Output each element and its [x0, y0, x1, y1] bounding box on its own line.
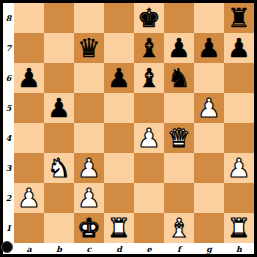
piece-wP-g5: ♟	[197, 93, 220, 123]
square-g6[interactable]	[194, 63, 224, 93]
side-to-move-indicator	[1, 241, 13, 253]
square-h7[interactable]: ♟	[224, 33, 254, 63]
square-e8[interactable]: ♚	[134, 3, 164, 33]
square-f6[interactable]: ♞	[164, 63, 194, 93]
square-b3[interactable]: ♞	[44, 153, 74, 183]
piece-wR-h1: ♜	[227, 213, 250, 243]
file-label-h: h	[224, 243, 254, 254]
piece-bN-f6: ♞	[167, 63, 190, 93]
piece-wP-a2: ♟	[17, 183, 40, 213]
piece-wP-c3: ♟	[77, 153, 100, 183]
square-g5[interactable]: ♟	[194, 93, 224, 123]
square-c2[interactable]: ♟	[74, 183, 104, 213]
square-e4[interactable]: ♟	[134, 123, 164, 153]
square-e2[interactable]	[134, 183, 164, 213]
rank-label-1: 1	[3, 213, 14, 243]
square-a8[interactable]	[14, 3, 44, 33]
piece-bK-e8: ♚	[137, 3, 160, 33]
square-g4[interactable]	[194, 123, 224, 153]
chess-board-frame: 87654321 ♚♜♛♝♟♟♟♟♟♝♞♟♟♟♛♞♟♟♟♟♚♜♝♜ abcdef…	[0, 0, 257, 257]
square-h8[interactable]: ♜	[224, 3, 254, 33]
piece-bB-e7: ♝	[137, 33, 160, 63]
rank-label-6: 6	[3, 63, 14, 93]
file-labels: abcdefgh	[14, 243, 254, 254]
piece-wP-c2: ♟	[77, 183, 100, 213]
square-a7[interactable]	[14, 33, 44, 63]
rank-label-7: 7	[3, 33, 14, 63]
square-e5[interactable]	[134, 93, 164, 123]
square-a4[interactable]	[14, 123, 44, 153]
piece-bP-d6: ♟	[107, 63, 130, 93]
piece-wK-c1: ♚	[77, 213, 100, 243]
square-h4[interactable]	[224, 123, 254, 153]
square-g7[interactable]: ♟	[194, 33, 224, 63]
square-d3[interactable]	[104, 153, 134, 183]
square-e1[interactable]	[134, 213, 164, 243]
file-label-f: f	[164, 243, 194, 254]
piece-bB-e6: ♝	[137, 63, 160, 93]
square-g3[interactable]	[194, 153, 224, 183]
rank-label-8: 8	[3, 3, 14, 33]
square-a1[interactable]	[14, 213, 44, 243]
square-c7[interactable]: ♛	[74, 33, 104, 63]
square-h5[interactable]	[224, 93, 254, 123]
piece-bP-f7: ♟	[167, 33, 190, 63]
square-c1[interactable]: ♚	[74, 213, 104, 243]
square-e3[interactable]	[134, 153, 164, 183]
rank-labels: 87654321	[3, 3, 14, 243]
square-h6[interactable]	[224, 63, 254, 93]
file-label-d: d	[104, 243, 134, 254]
square-b4[interactable]	[44, 123, 74, 153]
square-d5[interactable]	[104, 93, 134, 123]
square-d1[interactable]: ♜	[104, 213, 134, 243]
square-b5[interactable]: ♟	[44, 93, 74, 123]
chess-board: ♚♜♛♝♟♟♟♟♟♝♞♟♟♟♛♞♟♟♟♟♚♜♝♜	[14, 3, 254, 243]
square-f2[interactable]	[164, 183, 194, 213]
piece-wP-h3: ♟	[227, 153, 250, 183]
square-b8[interactable]	[44, 3, 74, 33]
square-f1[interactable]: ♝	[164, 213, 194, 243]
piece-bR-h8: ♜	[227, 3, 250, 33]
square-d6[interactable]: ♟	[104, 63, 134, 93]
square-f7[interactable]: ♟	[164, 33, 194, 63]
piece-wB-f1: ♝	[167, 213, 190, 243]
square-d2[interactable]	[104, 183, 134, 213]
rank-label-4: 4	[3, 123, 14, 153]
piece-wP-e4: ♟	[137, 123, 160, 153]
rank-label-5: 5	[3, 93, 14, 123]
square-g1[interactable]	[194, 213, 224, 243]
square-d4[interactable]	[104, 123, 134, 153]
square-b1[interactable]	[44, 213, 74, 243]
square-h3[interactable]: ♟	[224, 153, 254, 183]
square-c4[interactable]	[74, 123, 104, 153]
square-c6[interactable]	[74, 63, 104, 93]
file-label-e: e	[134, 243, 164, 254]
piece-bQ-c7: ♛	[77, 33, 100, 63]
square-e7[interactable]: ♝	[134, 33, 164, 63]
square-d7[interactable]	[104, 33, 134, 63]
square-a5[interactable]	[14, 93, 44, 123]
file-label-b: b	[44, 243, 74, 254]
square-g2[interactable]	[194, 183, 224, 213]
square-b6[interactable]	[44, 63, 74, 93]
square-b7[interactable]	[44, 33, 74, 63]
square-g8[interactable]	[194, 3, 224, 33]
square-c8[interactable]	[74, 3, 104, 33]
square-f5[interactable]	[164, 93, 194, 123]
square-a3[interactable]	[14, 153, 44, 183]
square-c5[interactable]	[74, 93, 104, 123]
rank-label-2: 2	[3, 183, 14, 213]
piece-bP-b5: ♟	[47, 93, 70, 123]
file-label-a: a	[14, 243, 44, 254]
square-e6[interactable]: ♝	[134, 63, 164, 93]
square-c3[interactable]: ♟	[74, 153, 104, 183]
file-label-c: c	[74, 243, 104, 254]
square-a2[interactable]: ♟	[14, 183, 44, 213]
square-f8[interactable]	[164, 3, 194, 33]
square-f4[interactable]: ♛	[164, 123, 194, 153]
piece-bP-h7: ♟	[227, 33, 250, 63]
square-d8[interactable]	[104, 3, 134, 33]
file-label-g: g	[194, 243, 224, 254]
piece-wQ-f4: ♛	[167, 123, 190, 153]
square-b2[interactable]	[44, 183, 74, 213]
rank-label-3: 3	[3, 153, 14, 183]
square-f3[interactable]	[164, 153, 194, 183]
piece-bP-a6: ♟	[17, 63, 40, 93]
square-a6[interactable]: ♟	[14, 63, 44, 93]
square-h2[interactable]	[224, 183, 254, 213]
piece-bP-g7: ♟	[197, 33, 220, 63]
square-h1[interactable]: ♜	[224, 213, 254, 243]
piece-wR-d1: ♜	[107, 213, 130, 243]
piece-wN-b3: ♞	[47, 153, 70, 183]
